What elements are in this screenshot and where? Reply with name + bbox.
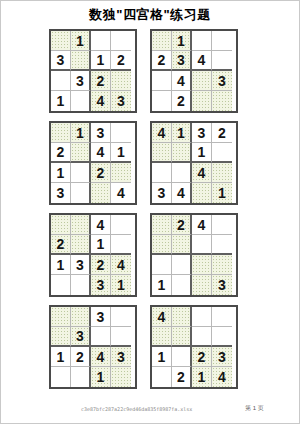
sudoku-cell-p1-r3c2: 3	[71, 71, 91, 91]
sudoku-cell-p5-r4c3: 3	[91, 275, 111, 295]
sudoku-cell-p8-r1c1: 4	[152, 307, 172, 327]
sudoku-cell-p3-r3c2[interactable]	[71, 163, 91, 183]
sudoku-cell-p6-r2c4[interactable]	[212, 235, 232, 255]
sudoku-cell-p2-r2c4[interactable]	[212, 51, 232, 71]
sudoku-cell-p7-r4c4[interactable]	[111, 367, 131, 387]
sudoku-cell-p4-r2c4[interactable]	[212, 143, 232, 163]
sudoku-cell-p3-r1c3: 3	[91, 123, 111, 143]
sudoku-cell-p7-r1c2[interactable]	[71, 307, 91, 327]
sudoku-cell-p1-r2c1: 3	[51, 51, 71, 71]
sudoku-board-6: 2413	[150, 213, 238, 297]
sudoku-board-8: 4123214	[150, 305, 238, 389]
sudoku-cell-p6-r1c4[interactable]	[212, 215, 232, 235]
sudoku-cell-p5-r3c3: 2	[91, 255, 111, 275]
sudoku-cell-p7-r2c4[interactable]	[111, 327, 131, 347]
sudoku-cell-p4-r1c3: 3	[192, 123, 212, 143]
sudoku-cell-p5-r3c4: 4	[111, 255, 131, 275]
sudoku-cell-p5-r3c2: 3	[71, 255, 91, 275]
sudoku-cell-p2-r4c3[interactable]	[192, 91, 212, 111]
sudoku-cell-p6-r1c2: 2	[172, 215, 192, 235]
sudoku-cell-p5-r1c4[interactable]	[111, 215, 131, 235]
sudoku-board-5: 421132431	[49, 213, 137, 297]
sudoku-cell-p5-r1c3: 4	[91, 215, 111, 235]
sudoku-cell-p6-r2c1[interactable]	[152, 235, 172, 255]
sudoku-cell-p2-r4c2: 2	[172, 91, 192, 111]
footer-filename: c3e87bfc287a22c9ed46da835f8987fa.xlsx	[81, 406, 192, 412]
sudoku-cell-p6-r4c4: 3	[212, 275, 232, 295]
sudoku-board-3: 132411234	[49, 121, 137, 205]
sudoku-cell-p4-r4c4: 1	[212, 183, 232, 203]
sudoku-cell-p4-r4c1: 3	[152, 183, 172, 203]
sudoku-cell-p7-r3c1: 1	[51, 347, 71, 367]
sudoku-cell-p2-r4c1[interactable]	[152, 91, 172, 111]
sudoku-cell-p6-r3c3[interactable]	[192, 255, 212, 275]
sudoku-cell-p7-r3c4: 3	[111, 347, 131, 367]
sudoku-board-2: 1234432	[150, 29, 238, 113]
sudoku-cell-p2-r4c4[interactable]	[212, 91, 232, 111]
sudoku-cell-p7-r1c1[interactable]	[51, 307, 71, 327]
sudoku-cell-p3-r3c1: 1	[51, 163, 71, 183]
sudoku-cell-p2-r3c3[interactable]	[192, 71, 212, 91]
sudoku-cell-p1-r2c4: 2	[111, 51, 131, 71]
sudoku-cell-p3-r4c3[interactable]	[91, 183, 111, 203]
sudoku-cell-p5-r4c1[interactable]	[51, 275, 71, 295]
sudoku-cell-p1-r3c1[interactable]	[51, 71, 71, 91]
sudoku-cell-p4-r3c4[interactable]	[212, 163, 232, 183]
sudoku-cell-p1-r4c2[interactable]	[71, 91, 91, 111]
sudoku-cell-p3-r2c2[interactable]	[71, 143, 91, 163]
sudoku-cell-p5-r2c4[interactable]	[111, 235, 131, 255]
sudoku-cell-p6-r1c1[interactable]	[152, 215, 172, 235]
sudoku-cell-p7-r2c3[interactable]	[91, 327, 111, 347]
sudoku-cell-p4-r1c1: 4	[152, 123, 172, 143]
sudoku-cell-p1-r2c2[interactable]	[71, 51, 91, 71]
sudoku-cell-p2-r2c3: 4	[192, 51, 212, 71]
sudoku-cell-p8-r3c2[interactable]	[172, 347, 192, 367]
sudoku-cell-p2-r3c2: 4	[172, 71, 192, 91]
page-title: 数独"四宫格"练习题	[1, 6, 299, 24]
sudoku-cell-p8-r3c3: 2	[192, 347, 212, 367]
sudoku-cell-p2-r1c3[interactable]	[192, 31, 212, 51]
sudoku-cell-p3-r2c4: 1	[111, 143, 131, 163]
sudoku-cell-p8-r2c4[interactable]	[212, 327, 232, 347]
sudoku-cell-p4-r4c2: 4	[172, 183, 192, 203]
sudoku-cell-p8-r2c2[interactable]	[172, 327, 192, 347]
sudoku-board-4: 413214341	[150, 121, 238, 205]
sudoku-cell-p1-r1c2: 1	[71, 31, 91, 51]
sudoku-cell-p3-r1c4[interactable]	[111, 123, 131, 143]
sudoku-cell-p8-r1c2[interactable]	[172, 307, 192, 327]
sudoku-cell-p6-r4c2[interactable]	[172, 275, 192, 295]
sudoku-cell-p2-r2c2: 3	[172, 51, 192, 71]
footer-page-number: 第 1 页	[245, 404, 264, 413]
sudoku-cell-p5-r4c4: 1	[111, 275, 131, 295]
sudoku-cell-p4-r2c2[interactable]	[172, 143, 192, 163]
sudoku-cell-p2-r3c4: 3	[212, 71, 232, 91]
sudoku-cell-p5-r2c1: 2	[51, 235, 71, 255]
sudoku-cell-p8-r4c2: 2	[172, 367, 192, 387]
sudoku-cell-p2-r2c1: 2	[152, 51, 172, 71]
sudoku-board-1: 131232143	[49, 29, 137, 113]
sudoku-cell-p5-r1c1[interactable]	[51, 215, 71, 235]
sudoku-cell-p8-r3c1: 1	[152, 347, 172, 367]
sudoku-cell-p4-r3c1[interactable]	[152, 163, 172, 183]
sudoku-cell-p7-r3c3: 4	[91, 347, 111, 367]
sudoku-cell-p1-r4c3: 4	[91, 91, 111, 111]
sudoku-cell-p7-r1c3: 3	[91, 307, 111, 327]
sudoku-cell-p7-r4c2[interactable]	[71, 367, 91, 387]
sudoku-cell-p1-r4c1: 1	[51, 91, 71, 111]
sudoku-cell-p6-r2c2[interactable]	[172, 235, 192, 255]
sudoku-cell-p7-r3c2: 2	[71, 347, 91, 367]
sudoku-cell-p4-r2c3: 1	[192, 143, 212, 163]
sudoku-cell-p5-r4c2[interactable]	[71, 275, 91, 295]
sudoku-cell-p6-r3c4[interactable]	[212, 255, 232, 275]
sudoku-cell-p6-r3c1[interactable]	[152, 255, 172, 275]
sudoku-cell-p6-r1c3: 4	[192, 215, 212, 235]
sudoku-cell-p6-r3c2[interactable]	[172, 255, 192, 275]
sudoku-cell-p2-r1c2: 1	[172, 31, 192, 51]
sudoku-cell-p8-r4c1[interactable]	[152, 367, 172, 387]
sudoku-cell-p6-r4c1: 1	[152, 275, 172, 295]
sudoku-cell-p7-r1c4[interactable]	[111, 307, 131, 327]
sudoku-cell-p7-r4c1[interactable]	[51, 367, 71, 387]
sudoku-cell-p4-r3c2[interactable]	[172, 163, 192, 183]
sudoku-cell-p2-r1c1[interactable]	[152, 31, 172, 51]
sudoku-cell-p3-r3c3: 2	[91, 163, 111, 183]
sudoku-cell-p3-r1c2: 1	[71, 123, 91, 143]
sudoku-cell-p6-r4c3[interactable]	[192, 275, 212, 295]
sudoku-cell-p7-r2c1[interactable]	[51, 327, 71, 347]
sudoku-cell-p8-r4c4: 4	[212, 367, 232, 387]
sudoku-cell-p3-r2c1: 2	[51, 143, 71, 163]
sudoku-cell-p1-r3c3: 2	[91, 71, 111, 91]
sudoku-cell-p7-r4c3: 1	[91, 367, 111, 387]
sudoku-cell-p8-r2c1[interactable]	[152, 327, 172, 347]
sudoku-cell-p6-r2c3[interactable]	[192, 235, 212, 255]
sudoku-cell-p3-r4c2[interactable]	[71, 183, 91, 203]
sudoku-cell-p1-r3c4[interactable]	[111, 71, 131, 91]
sudoku-cell-p2-r1c4[interactable]	[212, 31, 232, 51]
sudoku-cell-p3-r3c4[interactable]	[111, 163, 131, 183]
sudoku-cell-p3-r2c3: 4	[91, 143, 111, 163]
sudoku-cell-p8-r2c3[interactable]	[192, 327, 212, 347]
sudoku-cell-p5-r1c2[interactable]	[71, 215, 91, 235]
sudoku-cell-p8-r3c4: 3	[212, 347, 232, 367]
sudoku-cell-p1-r4c4: 3	[111, 91, 131, 111]
sudoku-cell-p3-r1c1[interactable]	[51, 123, 71, 143]
sudoku-cell-p8-r1c3[interactable]	[192, 307, 212, 327]
sudoku-cell-p1-r1c1[interactable]	[51, 31, 71, 51]
sudoku-cell-p4-r4c3[interactable]	[192, 183, 212, 203]
sudoku-cell-p2-r3c1[interactable]	[152, 71, 172, 91]
sudoku-cell-p1-r1c3[interactable]	[91, 31, 111, 51]
worksheet-page: { "game": "sudoku", "variant": "4x4 four…	[0, 0, 300, 424]
sudoku-cell-p7-r2c2: 3	[71, 327, 91, 347]
sudoku-cell-p5-r2c2[interactable]	[71, 235, 91, 255]
sudoku-cell-p4-r2c1[interactable]	[152, 143, 172, 163]
sudoku-cell-p3-r4c1: 3	[51, 183, 71, 203]
puzzles-container: 1312321431234432132411234413214341421132…	[49, 29, 238, 389]
sudoku-cell-p4-r1c4: 2	[212, 123, 232, 143]
sudoku-cell-p5-r2c3: 1	[91, 235, 111, 255]
sudoku-board-7: 3312431	[49, 305, 137, 389]
sudoku-cell-p8-r1c4[interactable]	[212, 307, 232, 327]
sudoku-cell-p1-r2c3: 1	[91, 51, 111, 71]
sudoku-cell-p4-r3c3: 4	[192, 163, 212, 183]
sudoku-cell-p1-r1c4[interactable]	[111, 31, 131, 51]
sudoku-cell-p3-r4c4: 4	[111, 183, 131, 203]
sudoku-cell-p5-r3c1: 1	[51, 255, 71, 275]
sudoku-cell-p8-r4c3: 1	[192, 367, 212, 387]
sudoku-cell-p4-r1c2: 1	[172, 123, 192, 143]
